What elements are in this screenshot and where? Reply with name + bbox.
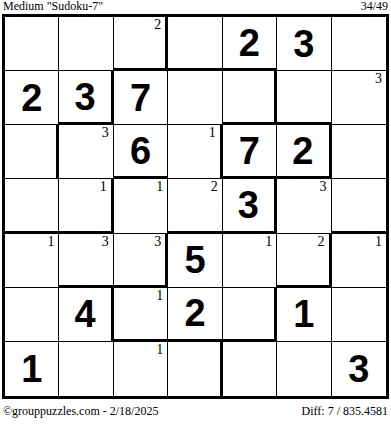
cell-r4c1 xyxy=(5,179,59,233)
cell-r1c4 xyxy=(168,17,222,71)
progress-counter: 34/49 xyxy=(361,0,388,13)
cell-r4c4: 2 xyxy=(168,179,222,233)
corner-mark: 3 xyxy=(320,180,327,194)
cell-r5c1: 1 xyxy=(5,234,59,288)
cell-r3c4: 1 xyxy=(168,125,222,179)
cell-r2c4 xyxy=(168,71,222,125)
cell-r3c1 xyxy=(5,125,59,179)
cell-r3c7 xyxy=(332,125,386,179)
page-footer: ©grouppuzzles.com - 2/18/2025 Diff: 7 / … xyxy=(3,404,388,418)
cell-r7c4 xyxy=(168,342,222,396)
cell-r3c5: 7 xyxy=(223,125,277,179)
cell-r4c5: 3 xyxy=(223,179,277,233)
given-digit: 5 xyxy=(184,241,205,279)
given-digit: 3 xyxy=(75,78,96,116)
cell-r6c5 xyxy=(223,288,277,342)
cell-r1c7 xyxy=(332,17,386,71)
cell-r2c2: 3 xyxy=(59,71,113,125)
cell-r5c5: 1 xyxy=(223,234,277,288)
corner-mark: 3 xyxy=(154,235,161,249)
cell-r1c6: 3 xyxy=(277,17,331,71)
puzzle-title: Medium "Sudoku-7" xyxy=(3,0,103,13)
given-digit: 3 xyxy=(293,25,314,63)
corner-mark: 3 xyxy=(375,72,382,86)
cell-r3c6: 2 xyxy=(277,125,331,179)
given-digit: 2 xyxy=(21,79,42,117)
given-digit: 3 xyxy=(348,350,369,388)
cell-r6c6: 1 xyxy=(277,288,331,342)
corner-mark: 2 xyxy=(211,180,218,194)
given-digit: 4 xyxy=(75,295,96,333)
cell-r2c1: 2 xyxy=(5,71,59,125)
cell-r1c2 xyxy=(59,17,113,71)
sudoku-board: 2232373361721123313351214121113 xyxy=(2,14,389,399)
cell-r4c6: 3 xyxy=(277,179,331,233)
cell-r7c5 xyxy=(223,342,277,396)
cell-r7c7: 3 xyxy=(332,342,386,396)
cell-r7c6 xyxy=(277,342,331,396)
cell-r1c3: 2 xyxy=(114,17,168,71)
corner-mark: 1 xyxy=(156,343,163,357)
cell-r4c2: 1 xyxy=(59,179,113,233)
cell-r6c2: 4 xyxy=(59,288,113,342)
given-digit: 2 xyxy=(292,132,313,170)
given-digit: 7 xyxy=(239,132,260,170)
corner-mark: 1 xyxy=(156,289,163,303)
cell-r6c3: 1 xyxy=(114,288,168,342)
cell-r2c7: 3 xyxy=(332,71,386,125)
corner-mark: 1 xyxy=(265,235,272,249)
given-digit: 1 xyxy=(21,350,42,388)
given-digit: 3 xyxy=(238,186,259,224)
cell-r2c3: 7 xyxy=(114,71,168,125)
given-digit: 2 xyxy=(184,294,205,332)
cell-r4c3: 1 xyxy=(114,179,168,233)
corner-mark: 2 xyxy=(318,235,325,249)
cell-r5c4: 5 xyxy=(168,234,222,288)
cell-r2c6 xyxy=(277,71,331,125)
cell-r6c4: 2 xyxy=(168,288,222,342)
given-digit: 7 xyxy=(130,79,151,117)
cell-r6c7 xyxy=(332,288,386,342)
cell-r5c3: 3 xyxy=(114,234,168,288)
cell-r7c3: 1 xyxy=(114,342,168,396)
corner-mark: 1 xyxy=(100,180,107,194)
corner-mark: 1 xyxy=(47,235,54,249)
cell-r5c6: 2 xyxy=(277,234,331,288)
cell-r4c7 xyxy=(332,179,386,233)
cell-r1c5: 2 xyxy=(223,17,277,71)
cell-r6c1 xyxy=(5,288,59,342)
corner-mark: 1 xyxy=(156,180,163,194)
given-digit: 1 xyxy=(293,295,314,333)
cell-r5c7: 1 xyxy=(332,234,386,288)
cell-r7c2 xyxy=(59,342,113,396)
copyright-text: ©grouppuzzles.com - 2/18/2025 xyxy=(3,404,158,418)
given-digit: 6 xyxy=(130,132,151,170)
page-header: Medium "Sudoku-7" 34/49 xyxy=(3,0,388,13)
given-digit: 2 xyxy=(239,24,260,62)
corner-mark: 1 xyxy=(375,235,382,249)
cell-r1c1 xyxy=(5,17,59,71)
cell-r7c1: 1 xyxy=(5,342,59,396)
corner-mark: 3 xyxy=(102,235,109,249)
corner-mark: 1 xyxy=(209,126,216,140)
cell-r3c2: 3 xyxy=(59,125,113,179)
cell-r2c5 xyxy=(223,71,277,125)
corner-mark: 2 xyxy=(154,18,161,32)
cell-r3c3: 6 xyxy=(114,125,168,179)
cell-r5c2: 3 xyxy=(59,234,113,288)
corner-mark: 3 xyxy=(102,126,109,140)
difficulty-text: Diff: 7 / 835.4581 xyxy=(302,404,388,418)
